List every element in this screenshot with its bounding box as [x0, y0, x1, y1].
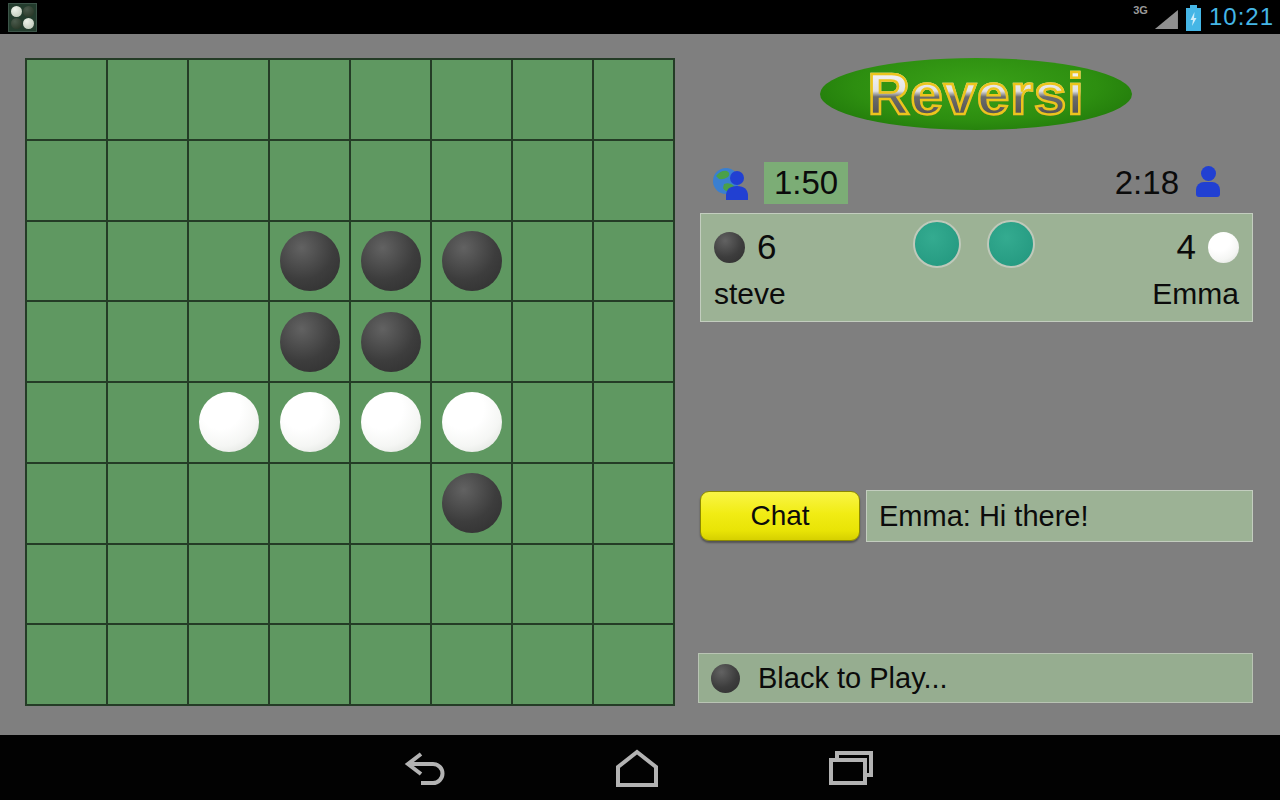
white-player-name: Emma: [1152, 277, 1239, 311]
black-timer: 1:50: [764, 162, 848, 204]
board-cell[interactable]: [351, 141, 430, 220]
board-cell[interactable]: [27, 625, 106, 704]
status-bar-clock: 10:21: [1209, 3, 1274, 31]
network-type-label: 3G: [1133, 4, 1148, 16]
white-timer: 2:18: [1115, 164, 1179, 202]
teal-disc-button[interactable]: [987, 220, 1035, 268]
board-cell[interactable]: [108, 625, 187, 704]
white-disc: [280, 392, 340, 452]
board-cell[interactable]: [27, 141, 106, 220]
battery-charging-icon: [1185, 5, 1202, 31]
board-cell[interactable]: [432, 141, 511, 220]
board-cell[interactable]: [432, 464, 511, 543]
board-cell[interactable]: [594, 141, 673, 220]
turn-status-text: Black to Play...: [758, 662, 948, 695]
board-cell[interactable]: [108, 141, 187, 220]
board-cell[interactable]: [351, 302, 430, 381]
board-cell[interactable]: [27, 302, 106, 381]
board-cell[interactable]: [594, 60, 673, 139]
board-cell[interactable]: [270, 625, 349, 704]
board-cell[interactable]: [351, 383, 430, 462]
board-cell[interactable]: [108, 60, 187, 139]
back-icon[interactable]: [397, 749, 453, 787]
black-disc: [280, 312, 340, 372]
board-cell[interactable]: [432, 625, 511, 704]
board-cell[interactable]: [513, 141, 592, 220]
board-cell[interactable]: [108, 383, 187, 462]
board-cell[interactable]: [270, 302, 349, 381]
mini-white-disc-icon: [11, 6, 22, 17]
board-cell[interactable]: [27, 545, 106, 624]
board-cell[interactable]: [189, 302, 268, 381]
board-cell[interactable]: [270, 464, 349, 543]
board-cell[interactable]: [27, 60, 106, 139]
black-disc: [442, 231, 502, 291]
board-cell[interactable]: [27, 222, 106, 301]
board-cell[interactable]: [513, 302, 592, 381]
app-logo: Reversi: [820, 58, 1132, 130]
board-cell[interactable]: [189, 625, 268, 704]
board-cell[interactable]: [270, 383, 349, 462]
board-cell[interactable]: [108, 545, 187, 624]
teal-disc-button[interactable]: [913, 220, 961, 268]
board-cell[interactable]: [108, 222, 187, 301]
board-cell[interactable]: [270, 60, 349, 139]
board-cell[interactable]: [351, 222, 430, 301]
black-disc: [361, 231, 421, 291]
board-cell[interactable]: [189, 464, 268, 543]
white-disc-icon: [1208, 232, 1239, 263]
board-cell[interactable]: [432, 60, 511, 139]
reversi-board: [25, 58, 675, 706]
board-cell[interactable]: [27, 383, 106, 462]
player-icon: [1195, 166, 1221, 202]
black-disc: [361, 312, 421, 372]
board-cell[interactable]: [594, 464, 673, 543]
board-cell[interactable]: [189, 545, 268, 624]
board-cell[interactable]: [108, 464, 187, 543]
board-cell[interactable]: [108, 302, 187, 381]
board-cell[interactable]: [189, 60, 268, 139]
mini-white-disc-icon: [23, 18, 34, 29]
board-cell[interactable]: [351, 625, 430, 704]
reversi-app-icon: [8, 3, 37, 32]
board-cell[interactable]: [594, 383, 673, 462]
board-cell[interactable]: [270, 545, 349, 624]
timer-row: 1:50 2:18: [698, 160, 1255, 208]
black-disc: [442, 473, 502, 533]
black-disc: [280, 231, 340, 291]
board-cell[interactable]: [189, 383, 268, 462]
board-cell[interactable]: [513, 545, 592, 624]
board-cell[interactable]: [351, 60, 430, 139]
chat-button[interactable]: Chat: [700, 491, 860, 541]
board-cell[interactable]: [351, 545, 430, 624]
turn-status-bar: Black to Play...: [698, 653, 1253, 703]
signal-icon: [1155, 10, 1178, 29]
white-score: 4: [1177, 227, 1196, 267]
mini-black-disc-icon: [23, 6, 34, 17]
mini-black-disc-icon: [11, 18, 22, 29]
board-cell[interactable]: [270, 222, 349, 301]
score-panel: 6 4 steve Emma: [700, 213, 1253, 322]
board-cell[interactable]: [432, 222, 511, 301]
black-score: 6: [757, 227, 776, 267]
white-disc: [442, 392, 502, 452]
board-cell[interactable]: [513, 625, 592, 704]
chat-message-box[interactable]: Emma: Hi there!: [866, 490, 1253, 542]
board-cell[interactable]: [189, 141, 268, 220]
recents-icon[interactable]: [823, 749, 879, 787]
board-cell[interactable]: [189, 222, 268, 301]
board-cell[interactable]: [513, 222, 592, 301]
board-cell[interactable]: [432, 383, 511, 462]
board-cell[interactable]: [351, 464, 430, 543]
android-status-bar: 3G 10:21: [0, 0, 1280, 34]
board-cell[interactable]: [513, 383, 592, 462]
board-cell[interactable]: [594, 545, 673, 624]
android-navigation-bar: [0, 735, 1280, 800]
board-cell[interactable]: [513, 464, 592, 543]
board-cell[interactable]: [432, 545, 511, 624]
board-cell[interactable]: [594, 302, 673, 381]
board-cell[interactable]: [594, 625, 673, 704]
black-disc-icon: [711, 664, 740, 693]
board-cell[interactable]: [270, 141, 349, 220]
white-disc: [361, 392, 421, 452]
board-cell[interactable]: [27, 464, 106, 543]
online-globe-player-icon: [710, 164, 754, 204]
black-disc-icon: [714, 232, 745, 263]
white-disc: [199, 392, 259, 452]
board-cell[interactable]: [594, 222, 673, 301]
board-cell[interactable]: [432, 302, 511, 381]
app-logo-title: Reversi: [868, 58, 1085, 130]
board-cell[interactable]: [513, 60, 592, 139]
home-icon[interactable]: [609, 749, 665, 787]
black-player-name: steve: [714, 277, 786, 311]
